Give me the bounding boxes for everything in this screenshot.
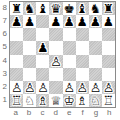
- piece-black-rook[interactable]: ♜: [11, 2, 22, 15]
- square-c6[interactable]: [36, 28, 49, 41]
- square-b3[interactable]: [23, 68, 36, 81]
- square-h5[interactable]: [102, 41, 115, 54]
- rank-labels: 8 7 6 5 4 3 2 1: [0, 1, 8, 106]
- file-label-f: f: [76, 108, 89, 119]
- piece-white-pawn[interactable]: ♙: [37, 81, 48, 94]
- square-d2[interactable]: [49, 81, 62, 94]
- chess-diagram: 8 7 6 5 4 3 2 1 ♜♞♝♛♚♝♞♜♟♟♟♟♟♟♟♟♙♙♙♙♙♙♙♙…: [0, 0, 120, 120]
- square-e8[interactable]: ♚: [63, 2, 76, 15]
- square-f8[interactable]: ♝: [76, 2, 89, 15]
- file-label-b: b: [22, 108, 35, 119]
- rank-label-3: 3: [0, 67, 8, 80]
- square-f1[interactable]: ♗: [76, 94, 89, 107]
- square-b6[interactable]: [23, 28, 36, 41]
- piece-white-queen[interactable]: ♕: [50, 94, 61, 107]
- square-d1[interactable]: ♕: [49, 94, 62, 107]
- piece-white-rook[interactable]: ♖: [11, 94, 22, 107]
- square-c7[interactable]: [36, 15, 49, 28]
- piece-black-bishop[interactable]: ♝: [37, 2, 48, 15]
- square-g1[interactable]: ♘: [89, 94, 102, 107]
- piece-black-pawn[interactable]: ♟: [37, 41, 48, 54]
- piece-white-knight[interactable]: ♘: [24, 94, 35, 107]
- rank-label-4: 4: [0, 54, 8, 67]
- square-e6[interactable]: [63, 28, 76, 41]
- square-d8[interactable]: ♛: [49, 2, 62, 15]
- square-f5[interactable]: [76, 41, 89, 54]
- piece-white-pawn[interactable]: ♙: [50, 55, 61, 68]
- square-d7[interactable]: ♟: [49, 15, 62, 28]
- square-b1[interactable]: ♘: [23, 94, 36, 107]
- square-e5[interactable]: [63, 41, 76, 54]
- square-h6[interactable]: [102, 28, 115, 41]
- square-a7[interactable]: ♟: [10, 15, 23, 28]
- rank-label-5: 5: [0, 40, 8, 53]
- square-c5[interactable]: ♟: [36, 41, 49, 54]
- square-b2[interactable]: ♙: [23, 81, 36, 94]
- piece-white-bishop[interactable]: ♗: [37, 94, 48, 107]
- square-f7[interactable]: ♟: [76, 15, 89, 28]
- square-f2[interactable]: ♙: [76, 81, 89, 94]
- file-label-g: g: [89, 108, 102, 119]
- square-a8[interactable]: ♜: [10, 2, 23, 15]
- piece-black-queen[interactable]: ♛: [50, 2, 61, 15]
- square-d3[interactable]: [49, 68, 62, 81]
- square-g3[interactable]: [89, 68, 102, 81]
- square-g2[interactable]: ♙: [89, 81, 102, 94]
- square-g4[interactable]: [89, 55, 102, 68]
- piece-white-pawn[interactable]: ♙: [103, 81, 114, 94]
- square-c8[interactable]: ♝: [36, 2, 49, 15]
- piece-black-bishop[interactable]: ♝: [77, 2, 88, 15]
- square-f6[interactable]: [76, 28, 89, 41]
- piece-white-king[interactable]: ♔: [63, 94, 74, 107]
- piece-white-knight[interactable]: ♘: [90, 94, 101, 107]
- square-d5[interactable]: [49, 41, 62, 54]
- piece-black-pawn[interactable]: ♟: [11, 15, 22, 28]
- square-a4[interactable]: [10, 55, 23, 68]
- square-g7[interactable]: ♟: [89, 15, 102, 28]
- rank-label-1: 1: [0, 93, 8, 106]
- square-e3[interactable]: [63, 68, 76, 81]
- square-g8[interactable]: ♞: [89, 2, 102, 15]
- square-b8[interactable]: ♞: [23, 2, 36, 15]
- square-b4[interactable]: [23, 55, 36, 68]
- square-a6[interactable]: [10, 28, 23, 41]
- piece-black-pawn[interactable]: ♟: [24, 15, 35, 28]
- square-c4[interactable]: [36, 55, 49, 68]
- rank-label-7: 7: [0, 14, 8, 27]
- piece-black-knight[interactable]: ♞: [24, 2, 35, 15]
- square-a3[interactable]: [10, 68, 23, 81]
- square-h1[interactable]: ♖: [102, 94, 115, 107]
- square-d6[interactable]: [49, 28, 62, 41]
- square-c2[interactable]: ♙: [36, 81, 49, 94]
- square-a2[interactable]: ♙: [10, 81, 23, 94]
- square-c1[interactable]: ♗: [36, 94, 49, 107]
- piece-black-pawn[interactable]: ♟: [77, 15, 88, 28]
- square-h8[interactable]: ♜: [102, 2, 115, 15]
- file-label-e: e: [63, 108, 76, 119]
- chess-board: ♜♞♝♛♚♝♞♜♟♟♟♟♟♟♟♟♙♙♙♙♙♙♙♙♖♘♗♕♔♗♘♖: [9, 1, 116, 108]
- piece-black-pawn[interactable]: ♟: [103, 15, 114, 28]
- square-h2[interactable]: ♙: [102, 81, 115, 94]
- square-f4[interactable]: [76, 55, 89, 68]
- square-h4[interactable]: [102, 55, 115, 68]
- square-b7[interactable]: ♟: [23, 15, 36, 28]
- square-e2[interactable]: ♙: [63, 81, 76, 94]
- rank-label-8: 8: [0, 1, 8, 14]
- file-label-h: h: [103, 108, 116, 119]
- piece-white-rook[interactable]: ♖: [103, 94, 114, 107]
- square-h3[interactable]: [102, 68, 115, 81]
- square-e4[interactable]: [63, 55, 76, 68]
- piece-white-pawn[interactable]: ♙: [11, 81, 22, 94]
- piece-black-king[interactable]: ♚: [63, 2, 74, 15]
- piece-white-bishop[interactable]: ♗: [77, 94, 88, 107]
- square-g6[interactable]: [89, 28, 102, 41]
- square-h7[interactable]: ♟: [102, 15, 115, 28]
- square-d4[interactable]: ♙: [49, 55, 62, 68]
- square-e1[interactable]: ♔: [63, 94, 76, 107]
- file-label-d: d: [49, 108, 62, 119]
- square-f3[interactable]: [76, 68, 89, 81]
- piece-black-knight[interactable]: ♞: [90, 2, 101, 15]
- square-c3[interactable]: [36, 68, 49, 81]
- rank-label-2: 2: [0, 80, 8, 93]
- piece-white-pawn[interactable]: ♙: [63, 81, 74, 94]
- file-labels: a b c d e f g h: [9, 108, 116, 119]
- piece-black-rook[interactable]: ♜: [103, 2, 114, 15]
- square-g5[interactable]: [89, 41, 102, 54]
- piece-white-pawn[interactable]: ♙: [90, 81, 101, 94]
- piece-white-pawn[interactable]: ♙: [77, 81, 88, 94]
- square-a1[interactable]: ♖: [10, 94, 23, 107]
- piece-black-pawn[interactable]: ♟: [50, 15, 61, 28]
- square-e7[interactable]: ♟: [63, 15, 76, 28]
- square-b5[interactable]: [23, 41, 36, 54]
- file-label-a: a: [9, 108, 22, 119]
- piece-white-pawn[interactable]: ♙: [24, 81, 35, 94]
- piece-black-pawn[interactable]: ♟: [90, 15, 101, 28]
- square-a5[interactable]: [10, 41, 23, 54]
- rank-label-6: 6: [0, 27, 8, 40]
- piece-black-pawn[interactable]: ♟: [63, 15, 74, 28]
- file-label-c: c: [36, 108, 49, 119]
